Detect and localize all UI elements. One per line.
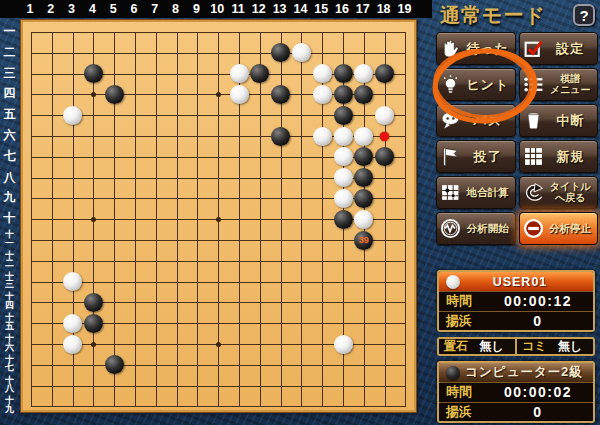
speech-bubble-icon: [440, 110, 461, 131]
button-interrupt[interactable]: 中断: [519, 104, 599, 137]
row-label: 十一: [0, 230, 19, 247]
row-label: 五: [0, 106, 19, 123]
white-stone: [334, 189, 353, 208]
row-label: 四: [0, 85, 19, 102]
black-stone: [105, 355, 124, 374]
white-stone: [63, 106, 82, 125]
button-settings[interactable]: 設定: [519, 32, 599, 65]
button-undo[interactable]: 待った: [436, 32, 516, 65]
black-stone: [334, 64, 353, 83]
handicap-label: 置石: [439, 338, 468, 355]
row-label: 六: [0, 127, 19, 144]
column-label: 18: [373, 2, 395, 16]
white-captures-row: 揚浜 0: [439, 311, 593, 331]
white-player-header: USER01: [439, 272, 593, 291]
board-column-labels: 12345678910111213141516171819: [0, 0, 432, 18]
move-number-label: 39: [354, 231, 373, 250]
column-label: 4: [81, 2, 103, 16]
white-time-row: 時間 00:00:12: [439, 291, 593, 311]
black-stone: [354, 189, 373, 208]
black-captures-value: 0: [483, 404, 593, 420]
black-stone: [105, 85, 124, 104]
column-label: 2: [40, 2, 62, 16]
board-line: [31, 365, 406, 366]
board-line: [405, 32, 406, 407]
white-stone: [334, 127, 353, 146]
lightbulb-icon: [440, 74, 461, 95]
column-label: 11: [227, 2, 249, 16]
white-stone: [63, 314, 82, 333]
board-line: [31, 386, 406, 387]
row-label: 十七: [0, 355, 19, 372]
column-label: 6: [123, 2, 145, 16]
column-label: 7: [144, 2, 166, 16]
white-stone: [230, 64, 249, 83]
column-label: 1: [19, 2, 41, 16]
help-button[interactable]: ?: [573, 4, 595, 26]
black-stone: [354, 168, 373, 187]
stop-circle-icon: [523, 218, 544, 239]
button-kifu-menu[interactable]: 棋譜メニュー: [519, 68, 599, 101]
cup-icon: [523, 110, 544, 131]
board-line: [31, 240, 406, 241]
black-time-value: 00:00:02: [483, 384, 593, 400]
handicap-cell: 置石 無し: [439, 339, 515, 354]
white-flag-icon: [440, 146, 461, 167]
button-label: 分析開始: [463, 222, 513, 236]
captures-label: 揚浜: [439, 403, 483, 421]
black-time-row: 時間 00:00:02: [439, 382, 593, 402]
black-stone-icon: [446, 366, 460, 380]
column-label: 8: [165, 2, 187, 16]
time-label: 時間: [439, 383, 483, 401]
black-stone: [250, 64, 269, 83]
white-stone: [354, 127, 373, 146]
row-label: 八: [0, 169, 19, 186]
mode-title: 通常モード: [440, 2, 546, 29]
checkbox-check-icon: [523, 38, 544, 59]
list-icon: [523, 74, 544, 95]
white-stone: [354, 210, 373, 229]
button-label: タイトルへ戻る: [546, 182, 596, 203]
black-stone: [271, 127, 290, 146]
black-stone: [334, 85, 353, 104]
white-stone-icon: [446, 275, 460, 289]
captures-label: 揚浜: [439, 312, 483, 330]
button-label: 分析停止: [546, 222, 596, 236]
button-label: 中断: [546, 112, 596, 130]
white-player-panel: USER01 時間 00:00:12 揚浜 0: [437, 270, 595, 332]
black-stone: [354, 85, 373, 104]
board-line: [31, 406, 406, 407]
black-stone: [271, 43, 290, 62]
row-label: 七: [0, 148, 19, 165]
star-point: [91, 217, 96, 222]
black-stone: [375, 64, 394, 83]
column-label: 5: [102, 2, 124, 16]
button-label: 新規: [546, 148, 596, 166]
white-stone: [230, 85, 249, 104]
button-label: 棋譜メニュー: [546, 74, 596, 95]
button-grid: 待った設定ヒント棋譜メニューパス中断投了新規地合計算タイトルへ戻る分析開始分析停…: [436, 32, 598, 245]
column-label: 14: [289, 2, 311, 16]
row-label: 十四: [0, 292, 19, 309]
row-label: 十八: [0, 376, 19, 393]
column-label: 16: [331, 2, 353, 16]
black-player-name: コンピューター2級: [465, 364, 583, 381]
board-line: [31, 282, 406, 283]
button-label: 投了: [463, 148, 513, 166]
hint-marker: [380, 132, 389, 141]
star-point: [216, 342, 221, 347]
button-label: 設定: [546, 40, 596, 58]
board-grid-icon: [523, 146, 544, 167]
time-label: 時間: [439, 292, 483, 310]
territory-icon: [440, 182, 461, 203]
column-label: 12: [248, 2, 270, 16]
komi-value: 無し: [547, 338, 593, 355]
handicap-komi-bar: 置石 無し コミ 無し: [437, 337, 595, 356]
row-label: 九: [0, 189, 19, 206]
row-label: 十三: [0, 272, 19, 289]
white-stone: [63, 335, 82, 354]
black-stone: [334, 106, 353, 125]
white-stone: [313, 85, 332, 104]
column-label: 17: [352, 2, 374, 16]
black-stone: [271, 85, 290, 104]
column-label: 13: [269, 2, 291, 16]
button-hint[interactable]: ヒント: [436, 68, 516, 101]
column-label: 15: [310, 2, 332, 16]
white-stone: [375, 106, 394, 125]
column-label: 10: [206, 2, 228, 16]
star-point: [216, 92, 221, 97]
column-label: 9: [185, 2, 207, 16]
white-stone: [313, 127, 332, 146]
handicap-value: 無し: [468, 338, 515, 355]
board-row-labels: 一二三四五六七八九十十一十二十三十四十五十六十七十八十九: [0, 0, 20, 425]
button-analysis-stop[interactable]: 分析停止: [519, 212, 599, 245]
row-label: 十二: [0, 251, 19, 268]
black-stone: 39: [354, 231, 373, 250]
return-arrow-icon: [523, 182, 544, 203]
star-point: [216, 217, 221, 222]
white-player-name: USER01: [465, 275, 575, 289]
white-stone: [334, 147, 353, 166]
row-label: 十五: [0, 313, 19, 330]
hand-icon: [440, 38, 461, 59]
button-territory-count[interactable]: 地合計算: [436, 176, 516, 209]
white-time-value: 00:00:12: [483, 293, 593, 309]
board-line: [31, 261, 406, 262]
black-stone: [334, 210, 353, 229]
black-captures-row: 揚浜 0: [439, 402, 593, 422]
white-stone: [292, 43, 311, 62]
button-label: 地合計算: [463, 186, 513, 200]
star-point: [91, 92, 96, 97]
row-label: 十: [0, 210, 19, 227]
white-stone: [334, 335, 353, 354]
button-return-title[interactable]: タイトルへ戻る: [519, 176, 599, 209]
white-stone: [63, 272, 82, 291]
row-label: 三: [0, 65, 19, 82]
black-stone: [354, 147, 373, 166]
black-player-header: コンピューター2級: [439, 363, 593, 382]
komi-label: コミ: [517, 338, 547, 355]
column-label: 3: [61, 2, 83, 16]
white-stone: [354, 64, 373, 83]
button-label: 待った: [463, 40, 513, 58]
waveform-icon: [440, 218, 461, 239]
white-stone: [313, 64, 332, 83]
row-label: 二: [0, 44, 19, 61]
button-label: ヒント: [463, 76, 513, 94]
board-line: [301, 32, 302, 407]
button-label: パス: [463, 112, 513, 130]
column-label: 19: [393, 2, 415, 16]
row-label: 十六: [0, 334, 19, 351]
white-stone: [334, 168, 353, 187]
button-resign[interactable]: 投了: [436, 140, 516, 173]
board-line: [385, 32, 386, 407]
sidebar: 通常モード ? 待った設定ヒント棋譜メニューパス中断投了新規地合計算タイトルへ戻…: [432, 0, 600, 425]
komi-cell: コミ 無し: [515, 339, 593, 354]
row-label: 十九: [0, 396, 19, 413]
black-stone: [375, 147, 394, 166]
button-analysis-start[interactable]: 分析開始: [436, 212, 516, 245]
board-line: [260, 32, 261, 407]
white-captures-value: 0: [483, 313, 593, 329]
black-player-panel: コンピューター2級 時間 00:00:02 揚浜 0: [437, 361, 595, 423]
goban[interactable]: 39: [20, 19, 417, 413]
button-pass[interactable]: パス: [436, 104, 516, 137]
app-window: 12345678910111213141516171819 一二三四五六七八九十…: [0, 0, 600, 425]
black-stone: [84, 64, 103, 83]
star-point: [91, 342, 96, 347]
black-stone: [84, 293, 103, 312]
black-stone: [84, 314, 103, 333]
row-label: 一: [0, 23, 19, 40]
button-new-game[interactable]: 新規: [519, 140, 599, 173]
